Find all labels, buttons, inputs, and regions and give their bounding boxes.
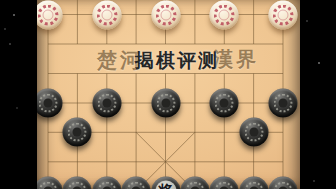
- black-hidden-piece[interactable]: [92, 88, 121, 117]
- general-glyph: 将: [151, 177, 180, 189]
- overlay-title: 揭棋评测: [135, 48, 219, 74]
- noise-speck: [13, 14, 15, 16]
- black-hidden-piece[interactable]: [210, 88, 239, 117]
- river-label-right: 漢界: [213, 46, 259, 73]
- red-hidden-piece[interactable]: [34, 0, 63, 29]
- letterbox-left: [0, 0, 37, 189]
- noise-speck: [306, 20, 308, 22]
- black-hidden-piece[interactable]: [239, 118, 268, 147]
- black-hidden-piece[interactable]: [151, 88, 180, 117]
- red-hidden-piece[interactable]: [210, 0, 239, 29]
- noise-speck: [4, 28, 6, 30]
- noise-speck: [318, 62, 320, 64]
- xiangqi-board[interactable]: 楚河 漢界 将: [37, 0, 300, 189]
- red-hidden-piece[interactable]: [269, 0, 298, 29]
- noise-speck: [9, 43, 11, 45]
- black-hidden-piece[interactable]: [34, 88, 63, 117]
- black-hidden-piece[interactable]: [63, 118, 92, 147]
- black-hidden-piece[interactable]: [269, 88, 298, 117]
- noise-speck: [313, 180, 315, 182]
- noise-speck: [16, 107, 18, 109]
- black-general-piece[interactable]: 将: [151, 177, 180, 189]
- letterbox-right: [300, 0, 336, 189]
- red-hidden-piece[interactable]: [92, 0, 121, 29]
- red-hidden-piece[interactable]: [151, 0, 180, 29]
- video-frame: 楚河 漢界 将 揭棋评测: [0, 0, 336, 189]
